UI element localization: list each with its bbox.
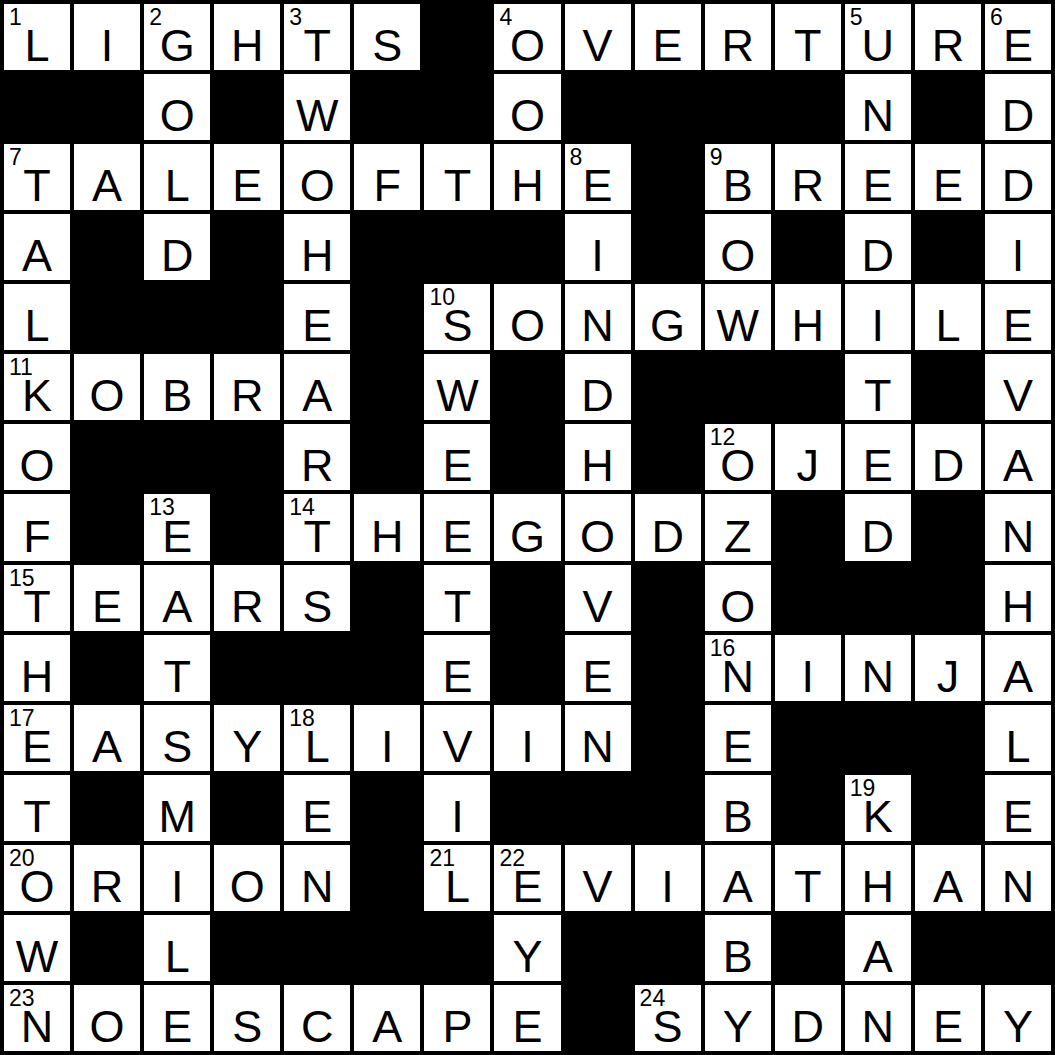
grid-cell[interactable]: I (354, 705, 420, 771)
grid-cell[interactable]: E (424, 494, 490, 560)
block-cell (775, 494, 841, 560)
cell-letter: A (915, 864, 981, 909)
cell-letter: E (915, 1004, 981, 1049)
cell-letter: B (144, 373, 210, 418)
grid-cell[interactable]: 18L (284, 705, 350, 771)
grid-cell[interactable]: R (705, 4, 771, 70)
block-cell (354, 74, 420, 140)
grid-cell[interactable]: 21L (424, 845, 490, 911)
block-cell (915, 705, 981, 771)
block-cell (424, 915, 490, 981)
cell-letter: A (705, 864, 771, 909)
cell-letter: B (705, 794, 771, 839)
block-cell (214, 494, 280, 560)
grid-cell[interactable]: E (214, 144, 280, 210)
cell-letter: R (284, 443, 350, 488)
grid-cell[interactable]: H (4, 635, 70, 701)
cell-letter: T (284, 23, 350, 68)
grid-cell[interactable]: W (284, 74, 350, 140)
cell-letter: H (354, 514, 420, 559)
grid-cell[interactable]: V (565, 4, 631, 70)
grid-cell[interactable]: A (985, 424, 1051, 490)
grid-cell[interactable]: T (845, 354, 911, 420)
grid-cell[interactable]: D (565, 354, 631, 420)
grid-cell[interactable]: I (635, 845, 701, 911)
block-cell (354, 284, 420, 350)
block-cell (915, 494, 981, 560)
cell-letter: A (74, 724, 140, 769)
grid-cell[interactable]: L (4, 284, 70, 350)
block-cell (915, 565, 981, 631)
grid-cell[interactable]: R (214, 354, 280, 420)
cell-letter: Y (705, 1004, 771, 1049)
block-cell (494, 214, 560, 280)
grid-cell[interactable]: H (565, 424, 631, 490)
cell-letter: E (565, 654, 631, 699)
cell-letter: Y (214, 724, 280, 769)
cell-letter: W (4, 934, 70, 979)
cell-letter: A (74, 163, 140, 208)
cell-letter: D (635, 514, 701, 559)
grid-cell[interactable]: 22E (494, 845, 560, 911)
cell-letter: W (424, 373, 490, 418)
block-cell (354, 845, 420, 911)
cell-letter: F (354, 163, 420, 208)
cell-letter: N (845, 93, 911, 138)
grid-cell[interactable]: 1L (4, 4, 70, 70)
block-cell (74, 635, 140, 701)
grid-cell[interactable]: I (74, 4, 140, 70)
grid-cell[interactable]: Y (494, 915, 560, 981)
grid-cell[interactable]: H (284, 214, 350, 280)
cell-letter: B (705, 934, 771, 979)
cell-letter: S (144, 724, 210, 769)
grid-cell[interactable]: N (845, 985, 911, 1051)
cell-letter: O (4, 864, 70, 909)
cell-letter: R (915, 23, 981, 68)
cell-letter: L (985, 724, 1051, 769)
grid-cell[interactable]: 7T (4, 144, 70, 210)
grid-cell[interactable]: R (775, 144, 841, 210)
grid-cell[interactable]: L (144, 144, 210, 210)
grid-cell[interactable]: S (214, 985, 280, 1051)
block-cell (74, 214, 140, 280)
cell-letter: I (144, 864, 210, 909)
grid-cell[interactable]: 23N (4, 985, 70, 1051)
grid-cell[interactable]: O (494, 284, 560, 350)
grid-cell[interactable]: A (354, 985, 420, 1051)
grid-cell[interactable]: A (845, 915, 911, 981)
grid-cell[interactable]: A (915, 845, 981, 911)
grid-cell[interactable]: E (845, 144, 911, 210)
grid-cell[interactable]: N (565, 284, 631, 350)
grid-cell[interactable]: E (144, 985, 210, 1051)
cell-letter: O (705, 443, 771, 488)
grid-cell[interactable]: O (144, 74, 210, 140)
grid-cell[interactable]: 20O (4, 845, 70, 911)
grid-cell[interactable]: T (4, 775, 70, 841)
block-cell (845, 705, 911, 771)
block-cell (845, 565, 911, 631)
cell-letter: W (284, 93, 350, 138)
grid-cell[interactable]: Y (705, 985, 771, 1051)
grid-cell[interactable]: N (565, 705, 631, 771)
grid-cell[interactable]: O (4, 424, 70, 490)
grid-cell[interactable]: E (424, 424, 490, 490)
cell-letter: D (144, 233, 210, 278)
cell-letter: R (214, 373, 280, 418)
block-cell (214, 424, 280, 490)
cell-letter: E (424, 443, 490, 488)
cell-letter: E (424, 514, 490, 559)
grid-cell[interactable]: E (705, 705, 771, 771)
cell-letter: I (985, 233, 1051, 278)
grid-cell[interactable]: T (144, 635, 210, 701)
grid-cell[interactable]: J (775, 424, 841, 490)
block-cell (635, 635, 701, 701)
cell-letter: D (565, 373, 631, 418)
grid-cell[interactable]: O (284, 144, 350, 210)
block-cell (635, 915, 701, 981)
cell-letter: A (4, 233, 70, 278)
block-cell (74, 494, 140, 560)
block-cell (775, 705, 841, 771)
block-cell (494, 565, 560, 631)
grid-cell[interactable]: L (985, 705, 1051, 771)
block-cell (565, 915, 631, 981)
grid-cell[interactable]: 24S (635, 985, 701, 1051)
cell-letter: E (985, 794, 1051, 839)
grid-cell[interactable]: A (144, 565, 210, 631)
cell-letter: G (144, 23, 210, 68)
cell-letter: Z (705, 514, 771, 559)
grid-cell[interactable]: E (985, 284, 1051, 350)
block-cell (775, 214, 841, 280)
grid-cell[interactable]: T (424, 565, 490, 631)
cell-letter: P (424, 1004, 490, 1049)
cell-letter: N (4, 1004, 70, 1049)
grid-cell[interactable]: O (494, 74, 560, 140)
cell-letter: H (4, 654, 70, 699)
block-cell (494, 775, 560, 841)
grid-cell[interactable]: T (775, 845, 841, 911)
grid-cell[interactable]: I (494, 705, 560, 771)
cell-letter: N (705, 654, 771, 699)
grid-cell[interactable]: 16N (705, 635, 771, 701)
cell-letter: M (144, 794, 210, 839)
grid-cell[interactable]: D (845, 494, 911, 560)
cell-letter: L (144, 163, 210, 208)
block-cell (494, 354, 560, 420)
cell-letter: E (915, 163, 981, 208)
cell-letter: E (144, 514, 210, 559)
grid-cell[interactable]: T (775, 4, 841, 70)
grid-cell[interactable]: 14T (284, 494, 350, 560)
grid-cell[interactable]: A (985, 635, 1051, 701)
cell-letter: O (4, 443, 70, 488)
grid-cell[interactable]: D (915, 424, 981, 490)
grid-cell[interactable]: T (424, 144, 490, 210)
block-cell (635, 424, 701, 490)
cell-letter: I (494, 724, 560, 769)
cell-letter: H (494, 163, 560, 208)
block-cell (284, 915, 350, 981)
cell-letter: A (354, 1004, 420, 1049)
grid-cell[interactable]: E (494, 985, 560, 1051)
grid-cell[interactable]: 11K (4, 354, 70, 420)
block-cell (424, 214, 490, 280)
grid-cell[interactable]: N (284, 845, 350, 911)
cell-letter: R (775, 163, 841, 208)
block-cell (775, 565, 841, 631)
cell-letter: D (845, 514, 911, 559)
cell-letter: J (915, 654, 981, 699)
block-cell (915, 915, 981, 981)
cell-letter: O (74, 1004, 140, 1049)
grid-cell[interactable]: B (705, 915, 771, 981)
cell-letter: H (565, 443, 631, 488)
cell-letter: O (74, 373, 140, 418)
grid-cell[interactable]: Y (214, 705, 280, 771)
cell-letter: O (494, 303, 560, 348)
grid-cell[interactable]: D (635, 494, 701, 560)
grid-cell[interactable]: J (915, 635, 981, 701)
grid-cell[interactable]: E (915, 144, 981, 210)
grid-cell[interactable]: O (74, 354, 140, 420)
grid-cell[interactable]: E (284, 284, 350, 350)
cell-letter: N (845, 1004, 911, 1049)
grid-cell[interactable]: H (775, 284, 841, 350)
grid-cell[interactable]: N (845, 74, 911, 140)
grid-cell[interactable]: 2G (144, 4, 210, 70)
grid-cell[interactable]: L (915, 284, 981, 350)
cell-letter: E (424, 654, 490, 699)
block-cell (565, 775, 631, 841)
cell-letter: L (144, 934, 210, 979)
cell-letter: D (845, 233, 911, 278)
block-cell (354, 214, 420, 280)
grid-cell[interactable]: N (845, 635, 911, 701)
grid-cell[interactable]: 8E (565, 144, 631, 210)
grid-cell[interactable]: E (985, 775, 1051, 841)
grid-cell[interactable]: 10S (424, 284, 490, 350)
cell-letter: E (4, 724, 70, 769)
grid-cell[interactable]: I (985, 214, 1051, 280)
block-cell (74, 775, 140, 841)
grid-cell[interactable]: 15T (4, 565, 70, 631)
cell-letter: T (144, 654, 210, 699)
cell-letter: O (705, 233, 771, 278)
cell-letter: V (565, 864, 631, 909)
grid-cell[interactable]: A (74, 705, 140, 771)
block-cell (214, 635, 280, 701)
cell-letter: E (845, 163, 911, 208)
cell-letter: V (565, 23, 631, 68)
cell-letter: G (635, 303, 701, 348)
cell-letter: S (284, 584, 350, 629)
grid-cell[interactable]: D (144, 214, 210, 280)
cell-letter: R (74, 864, 140, 909)
grid-cell[interactable]: H (845, 845, 911, 911)
cell-letter: T (845, 373, 911, 418)
grid-cell[interactable]: 5U (845, 4, 911, 70)
block-cell (635, 565, 701, 631)
block-cell (214, 915, 280, 981)
cell-letter: I (424, 794, 490, 839)
grid-cell[interactable]: O (705, 214, 771, 280)
cell-letter: E (284, 794, 350, 839)
cell-letter: N (565, 303, 631, 348)
grid-cell[interactable]: E (635, 4, 701, 70)
grid-cell[interactable]: H (985, 565, 1051, 631)
grid-cell[interactable]: 9B (705, 144, 771, 210)
grid-cell[interactable]: M (144, 775, 210, 841)
grid-cell[interactable]: 17E (4, 705, 70, 771)
grid-cell[interactable]: V (424, 705, 490, 771)
grid-cell[interactable]: I (424, 775, 490, 841)
grid-cell[interactable]: G (494, 494, 560, 560)
block-cell (915, 775, 981, 841)
grid-cell[interactable]: Y (985, 985, 1051, 1051)
grid-cell[interactable]: 4O (494, 4, 560, 70)
grid-cell[interactable]: I (144, 845, 210, 911)
grid-cell[interactable]: P (424, 985, 490, 1051)
block-cell (4, 74, 70, 140)
cell-letter: E (845, 443, 911, 488)
block-cell (915, 354, 981, 420)
cell-letter: F (4, 514, 70, 559)
cell-letter: T (284, 514, 350, 559)
grid-cell[interactable]: O (214, 845, 280, 911)
cell-letter: O (565, 514, 631, 559)
cell-letter: T (424, 584, 490, 629)
grid-cell[interactable]: A (705, 845, 771, 911)
grid-cell[interactable]: 13E (144, 494, 210, 560)
grid-cell[interactable]: N (985, 494, 1051, 560)
grid-cell[interactable]: D (775, 985, 841, 1051)
grid-cell[interactable]: W (705, 284, 771, 350)
block-cell (214, 214, 280, 280)
grid-cell[interactable]: R (915, 4, 981, 70)
cell-letter: T (4, 163, 70, 208)
grid-cell[interactable]: B (705, 775, 771, 841)
grid-cell[interactable]: R (74, 845, 140, 911)
grid-cell[interactable]: H (494, 144, 560, 210)
cell-letter: E (144, 1004, 210, 1049)
cell-letter: T (775, 864, 841, 909)
grid-cell[interactable]: L (144, 915, 210, 981)
grid-cell[interactable]: V (565, 845, 631, 911)
grid-cell[interactable]: W (424, 354, 490, 420)
grid-cell[interactable]: I (845, 284, 911, 350)
cell-letter: T (424, 163, 490, 208)
grid-cell[interactable]: R (284, 424, 350, 490)
grid-cell[interactable]: D (985, 144, 1051, 210)
cell-letter: S (354, 23, 420, 68)
cell-letter: D (775, 1004, 841, 1049)
grid-cell[interactable]: O (565, 494, 631, 560)
block-cell (775, 915, 841, 981)
cell-letter: J (775, 443, 841, 488)
grid-cell[interactable]: F (354, 144, 420, 210)
cell-letter: L (4, 303, 70, 348)
grid-cell[interactable]: E (565, 635, 631, 701)
cell-letter: E (494, 1004, 560, 1049)
cell-letter: H (284, 233, 350, 278)
block-cell (74, 424, 140, 490)
grid-cell[interactable]: C (284, 985, 350, 1051)
grid-cell[interactable]: O (705, 565, 771, 631)
grid-cell[interactable]: 6E (985, 4, 1051, 70)
grid-cell[interactable]: E (284, 775, 350, 841)
block-cell (635, 775, 701, 841)
cell-letter: S (635, 1004, 701, 1049)
cell-letter: D (985, 93, 1051, 138)
cell-letter: L (915, 303, 981, 348)
block-cell (144, 424, 210, 490)
grid-cell[interactable]: G (635, 284, 701, 350)
grid-cell[interactable]: D (845, 214, 911, 280)
block-cell (74, 74, 140, 140)
grid-cell[interactable]: E (845, 424, 911, 490)
grid-cell[interactable]: Z (705, 494, 771, 560)
cell-letter: W (705, 303, 771, 348)
grid-cell[interactable]: H (214, 4, 280, 70)
grid-cell[interactable]: I (775, 635, 841, 701)
grid-cell[interactable]: 19K (845, 775, 911, 841)
cell-letter: O (494, 93, 560, 138)
grid-cell[interactable]: I (565, 214, 631, 280)
cell-letter: E (214, 163, 280, 208)
cell-letter: R (705, 23, 771, 68)
grid-cell[interactable]: D (985, 74, 1051, 140)
grid-cell[interactable]: A (284, 354, 350, 420)
grid-cell[interactable]: A (74, 144, 140, 210)
block-cell (354, 635, 420, 701)
grid-cell[interactable]: N (985, 845, 1051, 911)
grid-cell[interactable]: A (4, 214, 70, 280)
block-cell (494, 635, 560, 701)
grid-cell[interactable]: E (424, 635, 490, 701)
grid-cell[interactable]: H (354, 494, 420, 560)
cell-letter: H (985, 584, 1051, 629)
grid-cell[interactable]: V (985, 354, 1051, 420)
block-cell (354, 775, 420, 841)
cell-letter: H (775, 303, 841, 348)
block-cell (565, 74, 631, 140)
grid-cell[interactable]: B (144, 354, 210, 420)
grid-cell[interactable]: R (214, 565, 280, 631)
grid-cell[interactable]: 3T (284, 4, 350, 70)
grid-cell[interactable]: S (354, 4, 420, 70)
grid-cell[interactable]: O (74, 985, 140, 1051)
grid-cell[interactable]: F (4, 494, 70, 560)
cell-letter: N (985, 514, 1051, 559)
cell-letter: I (74, 23, 140, 68)
grid-cell[interactable]: V (565, 565, 631, 631)
grid-cell[interactable]: S (284, 565, 350, 631)
grid-cell[interactable]: S (144, 705, 210, 771)
cell-letter: S (424, 303, 490, 348)
grid-cell[interactable]: E (74, 565, 140, 631)
grid-cell[interactable]: E (915, 985, 981, 1051)
grid-cell[interactable]: 12O (705, 424, 771, 490)
grid-cell[interactable]: W (4, 915, 70, 981)
cell-letter: N (845, 654, 911, 699)
block-cell (354, 424, 420, 490)
cell-letter: N (565, 724, 631, 769)
cell-letter: I (354, 724, 420, 769)
